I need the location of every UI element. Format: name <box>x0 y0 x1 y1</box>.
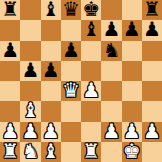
black-pawn: ♟ <box>1 41 19 60</box>
black-pawn: ♟ <box>21 61 39 80</box>
white-pawn: ♟ <box>42 122 60 141</box>
square-d3[interactable] <box>61 101 81 121</box>
square-f7[interactable]: ♟ <box>101 20 121 40</box>
square-e4[interactable]: ♟ <box>81 81 101 101</box>
black-pawn: ♟ <box>62 41 80 60</box>
square-d7[interactable] <box>61 20 81 40</box>
white-knight: ♞ <box>21 142 39 161</box>
square-h5[interactable] <box>142 61 162 81</box>
white-pawn: ♟ <box>123 122 141 141</box>
square-d5[interactable] <box>61 61 81 81</box>
square-b4[interactable] <box>20 81 40 101</box>
square-a5[interactable] <box>0 61 20 81</box>
black-king: ♚ <box>82 0 100 19</box>
square-h6[interactable] <box>142 41 162 61</box>
square-h2[interactable]: ♟ <box>142 122 162 142</box>
square-e2[interactable] <box>81 122 101 142</box>
square-d1[interactable] <box>61 142 81 162</box>
white-king: ♚ <box>123 142 141 161</box>
square-b3[interactable]: ♝ <box>20 101 40 121</box>
black-pawn: ♟ <box>102 20 120 39</box>
square-f2[interactable]: ♟ <box>101 122 121 142</box>
black-rook: ♜ <box>1 0 19 19</box>
square-d4[interactable]: ♛ <box>61 81 81 101</box>
square-e6[interactable] <box>81 41 101 61</box>
square-c6[interactable] <box>41 41 61 61</box>
white-rook: ♜ <box>1 142 19 161</box>
square-c4[interactable] <box>41 81 61 101</box>
white-bishop: ♝ <box>21 101 39 120</box>
square-b8[interactable] <box>20 0 40 20</box>
square-h7[interactable]: ♟ <box>142 20 162 40</box>
square-a4[interactable] <box>0 81 20 101</box>
white-pawn: ♟ <box>102 122 120 141</box>
square-c7[interactable] <box>41 20 61 40</box>
square-c8[interactable]: ♝ <box>41 0 61 20</box>
square-e8[interactable]: ♚ <box>81 0 101 20</box>
square-g5[interactable] <box>122 61 142 81</box>
square-e5[interactable] <box>81 61 101 81</box>
white-pawn: ♟ <box>1 122 19 141</box>
square-g8[interactable] <box>122 0 142 20</box>
black-knight: ♞ <box>102 41 120 60</box>
square-g3[interactable] <box>122 101 142 121</box>
black-bishop: ♝ <box>42 0 60 19</box>
square-a8[interactable]: ♜ <box>0 0 20 20</box>
square-h3[interactable] <box>142 101 162 121</box>
black-pawn: ♟ <box>143 20 161 39</box>
square-b2[interactable]: ♟ <box>20 122 40 142</box>
square-c2[interactable]: ♟ <box>41 122 61 142</box>
square-d6[interactable]: ♟ <box>61 41 81 61</box>
square-b6[interactable] <box>20 41 40 61</box>
black-pawn: ♟ <box>123 20 141 39</box>
white-pawn: ♟ <box>143 122 161 141</box>
square-h8[interactable]: ♜ <box>142 0 162 20</box>
square-d2[interactable] <box>61 122 81 142</box>
square-f6[interactable]: ♞ <box>101 41 121 61</box>
square-b1[interactable]: ♞ <box>20 142 40 162</box>
black-pawn: ♟ <box>42 61 60 80</box>
square-a3[interactable] <box>0 101 20 121</box>
white-pawn: ♟ <box>82 81 100 100</box>
white-queen: ♛ <box>62 81 80 100</box>
square-c3[interactable] <box>41 101 61 121</box>
black-rook: ♜ <box>143 0 161 19</box>
square-a7[interactable] <box>0 20 20 40</box>
white-rook: ♜ <box>82 142 100 161</box>
square-g7[interactable]: ♟ <box>122 20 142 40</box>
square-g1[interactable]: ♚ <box>122 142 142 162</box>
square-e1[interactable]: ♜ <box>81 142 101 162</box>
white-bishop: ♝ <box>42 142 60 161</box>
square-f1[interactable] <box>101 142 121 162</box>
square-g4[interactable] <box>122 81 142 101</box>
black-queen: ♛ <box>62 0 80 19</box>
square-a1[interactable]: ♜ <box>0 142 20 162</box>
black-bishop: ♝ <box>82 20 100 39</box>
square-e3[interactable] <box>81 101 101 121</box>
square-h4[interactable] <box>142 81 162 101</box>
square-f4[interactable] <box>101 81 121 101</box>
square-d8[interactable]: ♛ <box>61 0 81 20</box>
square-g2[interactable]: ♟ <box>122 122 142 142</box>
chess-board-container: ♜♝♛♚♜♝♟♟♟♟♟♞♟♟♛♟♝♟♟♟♟♟♟♜♞♝♜♚ <box>0 0 162 162</box>
square-g6[interactable] <box>122 41 142 61</box>
white-pawn: ♟ <box>21 122 39 141</box>
square-b7[interactable] <box>20 20 40 40</box>
square-c1[interactable]: ♝ <box>41 142 61 162</box>
square-a6[interactable]: ♟ <box>0 41 20 61</box>
square-a2[interactable]: ♟ <box>0 122 20 142</box>
square-b5[interactable]: ♟ <box>20 61 40 81</box>
square-c5[interactable]: ♟ <box>41 61 61 81</box>
square-h1[interactable] <box>142 142 162 162</box>
square-f5[interactable] <box>101 61 121 81</box>
square-e7[interactable]: ♝ <box>81 20 101 40</box>
chess-board: ♜♝♛♚♜♝♟♟♟♟♟♞♟♟♛♟♝♟♟♟♟♟♟♜♞♝♜♚ <box>0 0 162 162</box>
square-f3[interactable] <box>101 101 121 121</box>
square-f8[interactable] <box>101 0 121 20</box>
